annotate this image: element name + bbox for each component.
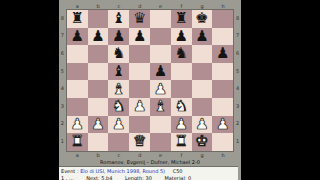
black-pawn-piece: ♟ [91,28,104,45]
file-label: h [213,152,234,158]
file-labels-bottom: abcdefgh [67,152,241,158]
square-a2[interactable]: ♟ [67,116,88,134]
rank-label: 6 [61,50,64,56]
square-h8[interactable] [212,10,233,28]
video-frame: abcdefgh 87654321 ♜♝♛♜♚♟♟♟♟♟♟♞♞♟♝♟♝♟♞♟♝♞… [0,0,320,180]
status-line: 1 . ... Next: 5.b4 Length: 30 Material: … [61,175,236,180]
black-pawn-piece: ♟ [154,63,167,80]
next-move: Next: 5.b4 [86,175,112,180]
square-a1[interactable]: ♜ [67,133,88,151]
square-f5[interactable] [171,63,192,81]
black-knight-piece: ♞ [174,45,187,62]
rank-label: 4 [236,85,239,91]
rank-label: 3 [61,103,64,109]
rank-label: 7 [236,32,239,38]
white-rook-piece: ♜ [70,133,83,150]
file-label: a [67,152,88,158]
white-knight-piece: ♞ [112,98,125,115]
square-c1[interactable] [108,133,129,151]
black-pawn-piece: ♟ [112,28,125,45]
rank-label: 3 [236,103,239,109]
white-pawn-piece: ♟ [174,116,187,133]
square-d1[interactable]: ♛ [129,133,150,151]
square-b6[interactable] [88,45,109,63]
square-a5[interactable] [67,63,88,81]
square-c3[interactable]: ♞ [108,98,129,116]
square-b5[interactable] [88,63,109,81]
square-e5[interactable]: ♟ [150,63,171,81]
square-g4[interactable] [192,80,213,98]
white-pawn-piece: ♟ [133,98,146,115]
square-h5[interactable] [212,63,233,81]
letterbox-left [0,0,59,180]
black-pawn-piece: ♟ [70,28,83,45]
square-c8[interactable]: ♝ [108,10,129,28]
rank-label: 8 [236,15,239,21]
material-balance: Material: 0 [164,175,191,180]
square-b1[interactable] [88,133,109,151]
square-d7[interactable]: ♟ [129,28,150,46]
file-label: g [192,152,213,158]
square-h6[interactable]: ♟ [212,45,233,63]
square-c7[interactable]: ♟ [108,28,129,46]
rank-label: 1 [236,138,239,144]
square-h4[interactable] [212,80,233,98]
square-d6[interactable] [129,45,150,63]
square-g7[interactable]: ♟ [192,28,213,46]
square-c5[interactable]: ♝ [108,63,129,81]
black-pawn-piece: ♟ [174,28,187,45]
white-pawn-piece: ♟ [70,116,83,133]
rank-label: 7 [61,32,64,38]
square-f4[interactable] [171,80,192,98]
white-bishop-piece: ♝ [154,98,167,115]
square-b4[interactable] [88,80,109,98]
white-king-piece: ♚ [195,133,208,150]
rank-label: 5 [236,68,239,74]
board-squares: ♜♝♛♜♚♟♟♟♟♟♟♞♞♟♝♟♝♟♞♟♝♞♟♟♟♟♟♟♜♛♜♚ [66,9,234,152]
white-bishop-piece: ♝ [112,81,125,98]
black-pawn-piece: ♟ [133,28,146,45]
black-queen-piece: ♛ [133,10,146,27]
event-line: Event : Elo di USI, Munich 1998, Round 5… [61,168,236,175]
rank-label: 5 [61,68,64,74]
white-pawn-piece: ♟ [91,116,104,133]
square-f6[interactable]: ♞ [171,45,192,63]
square-h2[interactable]: ♟ [212,116,233,134]
square-g3[interactable] [192,98,213,116]
square-b3[interactable] [88,98,109,116]
white-pawn-piece: ♟ [195,116,208,133]
square-c4[interactable]: ♝ [108,80,129,98]
square-e6[interactable] [150,45,171,63]
rank-label: 1 [61,138,64,144]
file-label: e [150,152,171,158]
rank-label: 4 [61,85,64,91]
white-rook-piece: ♜ [174,133,187,150]
square-d5[interactable] [129,63,150,81]
square-c6[interactable]: ♞ [108,45,129,63]
square-f7[interactable]: ♟ [171,28,192,46]
rank-label: 2 [61,120,64,126]
black-pawn-piece: ♟ [195,28,208,45]
white-queen-piece: ♛ [133,133,146,150]
square-d2[interactable] [129,116,150,134]
square-b7[interactable]: ♟ [88,28,109,46]
square-e7[interactable] [150,28,171,46]
file-label: f [171,152,192,158]
game-length: Length: 30 [125,175,152,180]
square-g6[interactable] [192,45,213,63]
square-a3[interactable] [67,98,88,116]
rank-label: 8 [61,15,64,21]
square-f1[interactable]: ♜ [171,133,192,151]
file-label: b [88,152,109,158]
square-h7[interactable] [212,28,233,46]
square-b2[interactable]: ♟ [88,116,109,134]
square-a7[interactable]: ♟ [67,28,88,46]
white-knight-piece: ♞ [174,98,187,115]
white-pawn-piece: ♟ [154,81,167,98]
square-g1[interactable]: ♚ [192,133,213,151]
square-a8[interactable]: ♜ [67,10,88,28]
black-king-piece: ♚ [195,10,208,27]
letterbox-right [241,0,320,180]
square-b8[interactable] [88,10,109,28]
square-e4[interactable]: ♟ [150,80,171,98]
eco-code: C50 [173,168,183,174]
file-label: d [129,152,150,158]
square-h3[interactable] [212,98,233,116]
square-h1[interactable] [212,133,233,151]
event-link[interactable]: Elo di USI, Munich 1998, Round 5) [80,168,165,174]
chess-board: abcdefgh 87654321 ♜♝♛♜♚♟♟♟♟♟♟♞♞♟♝♟♝♟♞♟♝♞… [59,0,241,158]
square-a6[interactable] [67,45,88,63]
players-caption: Romanov, Evgenij – Dufner, Michael 2-0 [59,159,241,165]
black-rook-piece: ♜ [174,10,187,27]
black-bishop-piece: ♝ [112,10,125,27]
file-label: c [109,152,130,158]
square-g2[interactable]: ♟ [192,116,213,134]
square-d8[interactable]: ♛ [129,10,150,28]
square-g5[interactable] [192,63,213,81]
rank-label: 6 [236,50,239,56]
white-pawn-piece: ♟ [216,116,229,133]
square-e8[interactable] [150,10,171,28]
black-knight-piece: ♞ [112,45,125,62]
square-f2[interactable]: ♟ [171,116,192,134]
square-f8[interactable]: ♜ [171,10,192,28]
rank-label: 2 [236,120,239,126]
white-pawn-piece: ♟ [112,116,125,133]
square-d4[interactable] [129,80,150,98]
black-rook-piece: ♜ [70,10,83,27]
square-a4[interactable] [67,80,88,98]
square-e2[interactable] [150,116,171,134]
game-info-panel: Event : Elo di USI, Munich 1998, Round 5… [59,166,238,180]
square-d3[interactable]: ♟ [129,98,150,116]
square-e1[interactable] [150,133,171,151]
chess-gui-content: abcdefgh 87654321 ♜♝♛♜♚♟♟♟♟♟♟♞♞♟♝♟♝♟♞♟♝♞… [59,0,241,180]
black-pawn-piece: ♟ [216,45,229,62]
rank-labels-left: 87654321 [59,9,66,152]
square-c2[interactable]: ♟ [108,116,129,134]
square-g8[interactable]: ♚ [192,10,213,28]
black-bishop-piece: ♝ [112,63,125,80]
event-label: Event : [61,168,79,174]
square-f3[interactable]: ♞ [171,98,192,116]
rank-labels-right: 87654321 [234,9,241,152]
square-e3[interactable]: ♝ [150,98,171,116]
move-indicator: 1 . ... [61,175,74,180]
